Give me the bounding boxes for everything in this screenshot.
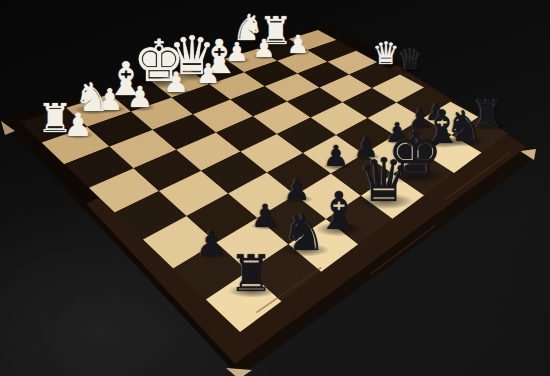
piece-black-pawn-d7: ♟ — [323, 142, 349, 171]
piece-white-pawn-g2: ♟ — [253, 36, 275, 61]
piece-white-pawn-c2: ♟ — [127, 83, 153, 112]
piece-black-rook-a8: ♜ — [229, 249, 274, 299]
piece-black-pawn-a7: ♟ — [196, 226, 226, 260]
chess-set-photo: ♜♟♞♟♝♟♚♟♛♟♝♟♞♟♜♟♛♛♜♟♞♟♝♟♛♟♚♟♝♟♞♟♜♟ — [0, 0, 550, 376]
pieces-layer: ♜♟♞♟♝♟♚♟♛♟♝♟♞♟♜♟♛♛♜♟♞♟♝♟♛♟♚♟♝♟♞♟♜♟ — [0, 0, 550, 376]
piece-black-pawn-c7: ♟ — [284, 175, 311, 205]
piece-black-pawn-b7: ♟ — [251, 200, 280, 232]
piece-white-pawn-d2: ♟ — [163, 69, 188, 97]
piece-black-queen-h5: ♛ — [398, 45, 424, 74]
piece-white-pawn-e2: ♟ — [196, 60, 220, 87]
piece-black-knight-b8: ♞ — [282, 208, 327, 258]
piece-white-pawn-h2: ♟ — [287, 32, 309, 57]
piece-black-queen-d8: ♛ — [357, 150, 411, 210]
piece-white-pawn-a2: ♟ — [64, 109, 93, 141]
piece-white-queen-h4: ♛ — [372, 38, 400, 69]
